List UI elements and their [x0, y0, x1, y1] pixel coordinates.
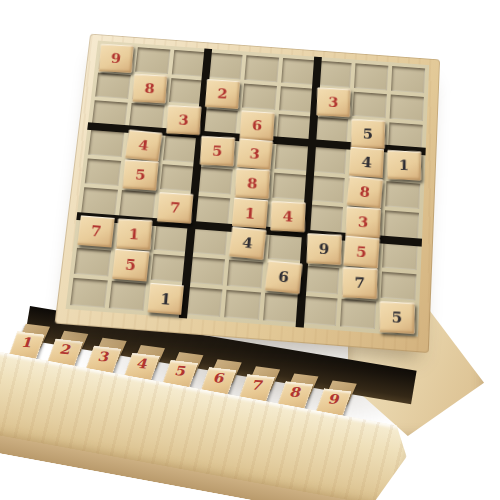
cell-r9c5[interactable]: [224, 290, 261, 320]
cell-r7c9[interactable]: [382, 241, 417, 270]
cell-r3c5[interactable]: 6: [240, 112, 275, 139]
tile-digit: 5: [134, 166, 146, 183]
cell-r2c4[interactable]: 2: [205, 80, 240, 107]
cell-r6c3[interactable]: 7: [157, 193, 193, 222]
cell-r5c8[interactable]: 8: [348, 178, 383, 206]
cell-r5c4[interactable]: [197, 167, 233, 195]
cell-r8c2[interactable]: 5: [112, 250, 149, 279]
cell-r3c1[interactable]: [92, 101, 128, 128]
cell-r5c5[interactable]: 8: [235, 169, 271, 197]
cell-r3c9[interactable]: [388, 123, 422, 151]
tile-digit: 5: [363, 125, 374, 142]
cell-r1c6[interactable]: [281, 58, 315, 85]
cell-r7c4[interactable]: [191, 226, 227, 255]
cell-r2c8[interactable]: [353, 91, 387, 118]
cell-r1c9[interactable]: [391, 66, 425, 93]
cell-r9c6[interactable]: [263, 293, 299, 323]
number-tile-r7c7[interactable]: 9: [306, 234, 341, 265]
cell-r4c2[interactable]: 4: [125, 132, 161, 160]
drawer-tile-digit: 6: [211, 369, 227, 387]
number-tile-r6c5[interactable]: 1: [232, 198, 268, 230]
drawer-tile-digit: 3: [96, 348, 112, 366]
number-tile-r2c2[interactable]: 8: [132, 74, 167, 103]
number-tile-r7c8[interactable]: 5: [344, 236, 380, 269]
cell-r4c9[interactable]: 1: [387, 152, 422, 180]
drawer-tile-digit: 1: [20, 334, 36, 352]
number-tile-r3c5[interactable]: 6: [240, 110, 275, 140]
cell-r8c6[interactable]: 6: [265, 262, 301, 291]
cell-r5c2[interactable]: 5: [122, 161, 158, 189]
tile-digit: 8: [359, 183, 371, 201]
tile-digit: 7: [169, 199, 181, 216]
number-tile-r8c2[interactable]: 5: [112, 249, 149, 281]
cell-r7c6[interactable]: [268, 232, 304, 261]
tile-digit: 3: [358, 213, 369, 230]
tile-digit: 9: [318, 241, 329, 258]
number-tile-r3c3[interactable]: 3: [166, 105, 201, 134]
cell-r6c1[interactable]: [81, 188, 118, 216]
cell-r8c3[interactable]: [150, 253, 187, 282]
tile-digit: 1: [244, 205, 256, 222]
cell-r7c2[interactable]: 1: [115, 220, 152, 249]
cell-r9c8[interactable]: [340, 299, 376, 329]
number-tile-r9c9[interactable]: 5: [380, 301, 415, 333]
cell-r6c9[interactable]: [384, 211, 419, 240]
cell-r4c4[interactable]: 5: [200, 138, 236, 166]
number-tile-r8c6[interactable]: 6: [265, 260, 302, 294]
number-tile-r7c2[interactable]: 1: [116, 219, 152, 250]
cell-r9c1[interactable]: [70, 278, 107, 308]
drawer-tile-digit: 5: [173, 362, 189, 380]
tile-digit: 1: [399, 157, 410, 174]
cell-r6c7[interactable]: [308, 205, 344, 234]
tile-digit: 6: [277, 268, 289, 286]
number-tile-r6c6[interactable]: 4: [270, 201, 305, 232]
cell-r3c8[interactable]: 5: [351, 120, 386, 148]
cell-r2c6[interactable]: [279, 86, 314, 113]
cell-r7c7[interactable]: 9: [306, 235, 342, 264]
cell-r4c7[interactable]: [312, 146, 347, 174]
cell-r4c3[interactable]: [163, 135, 199, 163]
cell-r1c5[interactable]: [244, 55, 279, 82]
cell-r7c8[interactable]: 5: [344, 238, 380, 267]
cell-r3c6[interactable]: [277, 114, 312, 142]
tile-digit: 6: [252, 117, 263, 134]
cell-r8c7[interactable]: [304, 265, 340, 295]
tile-digit: 5: [392, 308, 403, 326]
tile-digit: 7: [90, 223, 102, 241]
cell-r8c9[interactable]: [381, 271, 417, 301]
cell-r2c3[interactable]: [168, 78, 203, 105]
tile-digit: 3: [249, 146, 261, 163]
cell-r7c5[interactable]: 4: [230, 229, 266, 258]
cell-r1c3[interactable]: [171, 50, 206, 77]
number-tile-r3c8[interactable]: 5: [351, 119, 385, 148]
cell-r5c7[interactable]: [310, 175, 345, 203]
cell-r6c6[interactable]: 4: [270, 202, 306, 231]
cell-r4c1[interactable]: [88, 129, 124, 157]
tile-digit: 4: [361, 154, 372, 171]
cell-r2c2[interactable]: 8: [132, 75, 167, 102]
number-tile-r4c9[interactable]: 1: [387, 151, 421, 181]
tile-digit: 7: [355, 274, 366, 292]
cell-r3c4[interactable]: [203, 109, 238, 136]
cell-r8c4[interactable]: [189, 256, 226, 285]
number-tile-r5c5[interactable]: 8: [235, 169, 270, 199]
number-tile-r5c2[interactable]: 5: [122, 160, 158, 190]
tile-digit: 5: [124, 256, 136, 274]
number-tile-r9c3[interactable]: 1: [147, 283, 184, 316]
cell-r4c8[interactable]: 4: [349, 149, 384, 177]
tile-digit: 4: [282, 208, 293, 225]
number-tile-r6c3[interactable]: 7: [157, 192, 193, 223]
cell-r2c9[interactable]: [390, 94, 424, 121]
cell-r9c9[interactable]: 5: [379, 302, 415, 332]
cell-r6c4[interactable]: [194, 196, 230, 225]
number-tile-r6c8[interactable]: 3: [346, 206, 381, 237]
tile-digit: 3: [328, 94, 339, 110]
tile-digit: 1: [159, 290, 171, 308]
number-tile-r4c5[interactable]: 3: [237, 139, 273, 170]
number-tile-r4c2[interactable]: 4: [125, 130, 162, 162]
tile-digit: 5: [212, 143, 223, 160]
cell-r6c2[interactable]: [119, 190, 155, 219]
drawer-tile-digit: 4: [135, 355, 151, 373]
cell-r1c7[interactable]: [318, 61, 352, 88]
cell-r2c5[interactable]: [242, 83, 277, 110]
number-tile-r2c4[interactable]: 2: [205, 79, 240, 108]
cell-r5c6[interactable]: [272, 172, 307, 200]
cell-r5c1[interactable]: [85, 158, 121, 186]
cell-r4c5[interactable]: 3: [237, 140, 272, 168]
tile-digit: 3: [178, 111, 189, 127]
cell-r8c1[interactable]: [74, 248, 111, 277]
tile-digit: 8: [144, 80, 155, 96]
tile-digit: 5: [356, 243, 368, 261]
cell-r2c1[interactable]: [95, 72, 131, 99]
cell-r3c2[interactable]: [129, 103, 165, 130]
number-tile-r7c1[interactable]: 7: [77, 216, 114, 248]
number-tile-r8c8[interactable]: 7: [343, 267, 378, 298]
cell-r8c8[interactable]: 7: [342, 268, 378, 298]
number-tile-r4c4[interactable]: 5: [200, 137, 235, 167]
cell-r2c7[interactable]: 3: [316, 89, 351, 116]
cell-r3c7[interactable]: [314, 117, 349, 145]
drawer-tile-digit: 8: [288, 383, 304, 401]
cell-r9c3[interactable]: 1: [147, 284, 184, 314]
drawer-tile-digit: 7: [250, 376, 266, 394]
cell-r6c5[interactable]: 1: [232, 199, 268, 228]
cell-r8c5[interactable]: [227, 259, 263, 288]
tile-digit: 4: [137, 137, 150, 154]
cell-r6c8[interactable]: 3: [346, 208, 381, 237]
tile-digit: 4: [241, 234, 253, 252]
cell-r7c1[interactable]: 7: [78, 217, 115, 246]
sudoku-board: 98233654534158871437149556715: [55, 34, 441, 353]
drawer-tile-digit: 9: [326, 391, 342, 409]
cell-r9c4[interactable]: [186, 287, 223, 317]
cell-r9c2[interactable]: [109, 281, 146, 311]
cell-r1c4[interactable]: [208, 53, 243, 80]
cell-r9c7[interactable]: [302, 296, 338, 326]
cell-r3c3[interactable]: 3: [166, 106, 201, 133]
number-tile-r4c8[interactable]: 4: [349, 147, 384, 178]
number-tile-r1c1[interactable]: 9: [99, 44, 134, 72]
tile-digit: 8: [247, 175, 258, 192]
cell-r4c6[interactable]: [274, 143, 309, 171]
cell-r1c8[interactable]: [354, 63, 388, 90]
number-tile-r7c5[interactable]: 4: [229, 227, 266, 260]
tile-digit: 9: [110, 50, 121, 66]
product-photo-scene: 123456789 98233654534158871437149556715 …: [0, 0, 500, 500]
number-tile-r2c7[interactable]: 3: [316, 88, 350, 117]
cell-r1c2[interactable]: [135, 47, 170, 74]
cell-r5c9[interactable]: [385, 181, 420, 209]
tile-digit: 1: [128, 226, 140, 243]
cell-r5c3[interactable]: [160, 164, 196, 192]
cell-r1c1[interactable]: 9: [98, 44, 133, 71]
tile-digit: 2: [217, 86, 228, 102]
sudoku-grid: 98233654534158871437149556715: [66, 41, 430, 337]
cell-r7c3[interactable]: [153, 223, 189, 252]
number-tile-r5c8[interactable]: 8: [347, 176, 383, 208]
drawer-tile-digit: 2: [58, 341, 74, 359]
